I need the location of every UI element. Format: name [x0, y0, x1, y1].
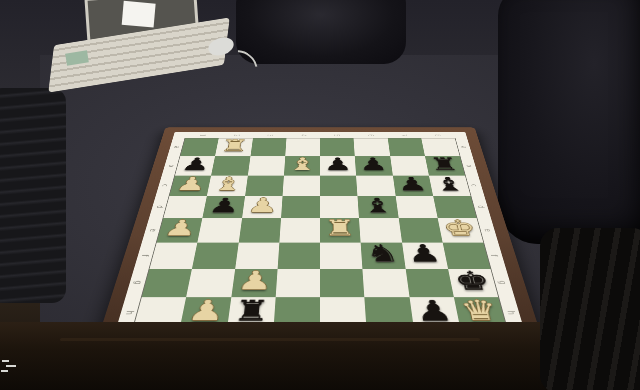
square-b5: ♟	[320, 156, 356, 175]
piece-white-pawn-e1: ♟	[162, 217, 199, 239]
piece-black-pawn-f7: ♟	[406, 242, 443, 266]
square-g1	[142, 269, 192, 298]
square-e3	[238, 218, 280, 242]
coord-file-g: g	[132, 281, 143, 285]
piece-white-rook-e5: ♜	[324, 217, 357, 239]
coord-file-b: b	[464, 164, 473, 166]
piece-white-pawn-h2: ♟	[185, 296, 226, 324]
coord-file-f: f	[141, 254, 151, 256]
square-d4	[281, 196, 320, 218]
laptop-screen-window	[122, 1, 156, 28]
square-g5	[320, 269, 365, 298]
square-b3	[248, 156, 286, 175]
square-e1: ♟	[157, 218, 203, 242]
square-a3	[250, 138, 286, 156]
coord-rank-5: 5	[333, 134, 341, 136]
coord-rank-1: 1	[199, 134, 207, 136]
piece-black-pawn-c7: ♟	[396, 175, 429, 193]
coord-file-a: a	[172, 146, 180, 148]
square-e5: ♜	[320, 218, 361, 242]
square-e8: ♚	[438, 218, 484, 242]
reflection-speck	[2, 360, 9, 362]
coord-file-c: c	[470, 184, 479, 186]
coord-file-d: d	[476, 205, 485, 208]
square-c1: ♟	[169, 175, 211, 196]
coord-file-f: f	[489, 254, 499, 256]
square-e2	[198, 218, 242, 242]
square-f7: ♟	[402, 242, 448, 268]
piece-black-knight-f6: ♞	[365, 242, 401, 266]
piece-white-rook-a2: ♜	[219, 138, 249, 154]
square-e4	[279, 218, 320, 242]
chair-armrest	[0, 88, 66, 303]
photo-scene: 12345678 12345678 abcdefgh abcdefgh ♜♟♝♟…	[0, 0, 640, 390]
wood-grain	[60, 338, 480, 341]
square-b4: ♝	[284, 156, 320, 175]
piece-black-pawn-d2: ♟	[207, 195, 241, 215]
square-c5	[320, 175, 358, 196]
piece-black-rook-h3: ♜	[232, 296, 271, 324]
piece-black-pawn-b6: ♟	[358, 156, 388, 173]
square-f2	[192, 242, 238, 268]
square-d7	[395, 196, 437, 218]
dark-object-bottom-right	[540, 228, 640, 390]
square-c4	[282, 175, 320, 196]
coord-rank-7: 7	[400, 134, 408, 136]
piece-black-pawn-h7: ♟	[413, 296, 454, 324]
coord-file-c: c	[161, 184, 170, 186]
reflection-speck	[6, 365, 16, 367]
piece-white-king-e8: ♚	[441, 217, 478, 239]
coord-file-e: e	[482, 229, 492, 232]
board-grid: ♜♟♝♟♟♜♟♝♟♝♟♟♝♟♜♚♞♟♟♚♟♜♟♛	[133, 138, 507, 328]
piece-black-pawn-b5: ♟	[323, 156, 352, 173]
square-a2: ♜	[215, 138, 252, 156]
square-g4	[275, 269, 320, 298]
piece-white-pawn-d3: ♟	[246, 195, 279, 215]
square-d6: ♝	[358, 196, 399, 218]
coord-file-h: h	[505, 311, 516, 315]
coord-rank-6: 6	[366, 134, 374, 136]
square-a7	[387, 138, 424, 156]
piece-black-bishop-c8: ♝	[432, 175, 466, 193]
piece-white-pawn-g3: ♟	[236, 268, 273, 294]
square-g6	[363, 269, 410, 298]
square-f5	[320, 242, 363, 268]
piece-black-rook-b8: ♜	[428, 156, 461, 173]
reflection-speck	[1, 370, 8, 372]
coord-file-g: g	[497, 281, 508, 285]
coord-rank-4: 4	[299, 134, 307, 136]
square-d2: ♟	[202, 196, 244, 218]
square-c8: ♝	[429, 175, 471, 196]
square-c7: ♟	[392, 175, 432, 196]
coord-file-a: a	[459, 146, 467, 148]
piece-black-pawn-b1: ♟	[179, 156, 212, 173]
coord-file-d: d	[155, 205, 164, 208]
piece-white-queen-h8: ♛	[458, 296, 501, 324]
coord-file-h: h	[123, 311, 134, 315]
dark-object	[236, 0, 406, 64]
board-vinyl-mat: 12345678 12345678 abcdefgh abcdefgh ♜♟♝♟…	[112, 132, 527, 341]
square-d3: ♟	[242, 196, 283, 218]
piece-black-king-g8: ♚	[452, 268, 493, 294]
square-f4	[277, 242, 320, 268]
coord-rank-8: 8	[433, 134, 441, 136]
piece-white-bishop-b4: ♝	[288, 156, 317, 173]
square-f1	[150, 242, 198, 268]
coord-file-b: b	[167, 164, 176, 166]
piece-white-pawn-c1: ♟	[174, 175, 208, 193]
coord-file-e: e	[148, 229, 158, 232]
piece-black-bishop-d6: ♝	[361, 195, 394, 215]
piece-white-bishop-c2: ♝	[211, 175, 244, 193]
laptop	[50, 0, 235, 86]
square-b6: ♟	[355, 156, 393, 175]
coord-rank-3: 3	[266, 134, 274, 136]
jacket-on-chair	[498, 0, 640, 244]
square-f6: ♞	[361, 242, 405, 268]
